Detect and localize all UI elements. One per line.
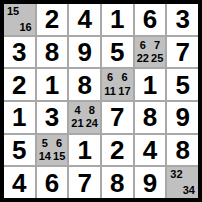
- cell-digit: 1: [110, 6, 124, 32]
- cell-r5c5[interactable]: 4: [135, 135, 166, 166]
- clue-cell-r6c6: 3234: [167, 167, 198, 198]
- cell-r3c6[interactable]: 5: [167, 69, 198, 100]
- clue-number: 15: [7, 6, 19, 17]
- clue-cell-r3c4: 661117: [102, 69, 133, 100]
- cell-digit: 8: [77, 72, 91, 98]
- cell-r4c1[interactable]: 1: [4, 102, 35, 133]
- cell-digit: 5: [110, 39, 124, 65]
- cell-digit: 6: [45, 170, 59, 196]
- cell-digit: 1: [45, 72, 59, 98]
- cell-r3c2[interactable]: 1: [37, 69, 68, 100]
- clue-number: 11: [104, 86, 116, 97]
- cell-r6c2[interactable]: 6: [37, 167, 68, 198]
- cell-digit: 5: [175, 72, 189, 98]
- cell-r1c2[interactable]: 2: [37, 4, 68, 35]
- clue-number: 6: [56, 138, 62, 149]
- clue-number: 34: [183, 185, 195, 196]
- cell-r6c3[interactable]: 7: [69, 167, 100, 198]
- clue-number: 14: [39, 151, 51, 162]
- cell-r5c4[interactable]: 2: [102, 135, 133, 166]
- cell-r2c3[interactable]: 9: [69, 37, 100, 68]
- cell-r5c3[interactable]: 1: [69, 135, 100, 166]
- cell-r1c3[interactable]: 4: [69, 4, 100, 35]
- clue-number: 4: [74, 105, 80, 116]
- clue-number: 25: [151, 53, 163, 64]
- cell-digit: 8: [45, 39, 59, 65]
- clue-cell-r4c3: 482124: [69, 102, 100, 133]
- cell-r1c4[interactable]: 1: [102, 4, 133, 35]
- clue-cell-r2c5: 672225: [135, 37, 166, 68]
- cell-r2c2[interactable]: 8: [37, 37, 68, 68]
- clue-number: 22: [137, 53, 149, 64]
- cell-r3c3[interactable]: 8: [69, 69, 100, 100]
- cell-r1c6[interactable]: 3: [167, 4, 198, 35]
- cell-digit: 2: [12, 72, 26, 98]
- cell-digit: 1: [77, 137, 91, 163]
- cell-r1c5[interactable]: 6: [135, 4, 166, 35]
- cell-digit: 7: [77, 170, 91, 196]
- clue-number: 17: [118, 86, 130, 97]
- cell-digit: 9: [143, 170, 157, 196]
- cell-r4c6[interactable]: 9: [167, 102, 198, 133]
- cell-digit: 2: [45, 6, 59, 32]
- puzzle-board: 1516241633895672225721866111715134821247…: [0, 0, 202, 202]
- cell-digit: 4: [77, 6, 91, 32]
- cell-r4c2[interactable]: 3: [37, 102, 68, 133]
- cell-r3c1[interactable]: 2: [4, 69, 35, 100]
- cell-digit: 8: [175, 137, 189, 163]
- cell-r2c4[interactable]: 5: [102, 37, 133, 68]
- cell-digit: 7: [175, 39, 189, 65]
- cell-digit: 9: [175, 104, 189, 130]
- cell-digit: 1: [143, 72, 157, 98]
- cell-digit: 5: [12, 137, 26, 163]
- cell-digit: 4: [12, 170, 26, 196]
- clue-number: 24: [86, 118, 98, 129]
- cell-digit: 7: [110, 104, 124, 130]
- clue-number: 21: [71, 118, 83, 129]
- clue-number: 6: [140, 40, 146, 51]
- cell-digit: 1: [12, 104, 26, 130]
- clue-cell-r5c2: 561415: [37, 135, 68, 166]
- clue-number: 8: [89, 105, 95, 116]
- puzzle-grid: 1516241633895672225721866111715134821247…: [4, 4, 198, 198]
- cell-digit: 8: [110, 170, 124, 196]
- cell-digit: 4: [143, 137, 157, 163]
- cell-digit: 9: [77, 39, 91, 65]
- clue-number: 15: [53, 151, 65, 162]
- cell-digit: 2: [110, 137, 124, 163]
- cell-r3c5[interactable]: 1: [135, 69, 166, 100]
- cell-digit: 3: [45, 104, 59, 130]
- cell-r6c4[interactable]: 8: [102, 167, 133, 198]
- cell-r5c1[interactable]: 5: [4, 135, 35, 166]
- cell-r5c6[interactable]: 8: [167, 135, 198, 166]
- clue-number: 7: [154, 40, 160, 51]
- clue-number: 16: [19, 22, 31, 33]
- clue-number: 5: [42, 138, 48, 149]
- cell-digit: 8: [143, 104, 157, 130]
- cell-r6c5[interactable]: 9: [135, 167, 166, 198]
- cell-r4c5[interactable]: 8: [135, 102, 166, 133]
- clue-number: 32: [170, 169, 182, 180]
- cell-digit: 3: [12, 39, 26, 65]
- clue-cell-r1c1: 1516: [4, 4, 35, 35]
- cell-r6c1[interactable]: 4: [4, 167, 35, 198]
- clue-number: 6: [121, 72, 127, 83]
- cell-digit: 3: [175, 6, 189, 32]
- cell-r4c4[interactable]: 7: [102, 102, 133, 133]
- cell-digit: 6: [143, 6, 157, 32]
- cell-r2c6[interactable]: 7: [167, 37, 198, 68]
- cell-r2c1[interactable]: 3: [4, 37, 35, 68]
- clue-number: 6: [107, 72, 113, 83]
